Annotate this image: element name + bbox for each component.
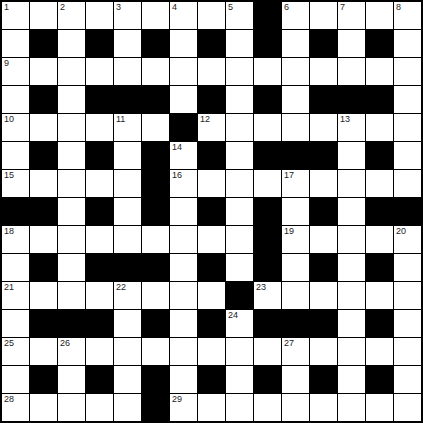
block-cell-r3c1 [30,86,57,113]
cell-r0c0[interactable]: 1 [2,2,29,29]
block-cell-r14c5 [142,394,169,421]
block-cell-r5c13 [366,142,393,169]
cell-r4c9[interactable] [254,114,281,141]
cell-r13c6[interactable] [170,366,197,393]
cell-r2c13[interactable] [366,58,393,85]
cell-r12c0[interactable]: 25 [2,338,29,365]
cell-r14c11[interactable] [310,394,337,421]
cell-r12c8[interactable] [226,338,253,365]
cell-r1c8[interactable] [226,30,253,57]
clue-number-24: 24 [228,310,238,320]
block-cell-r7c14 [394,198,421,225]
cell-r11c8[interactable]: 24 [226,310,253,337]
cell-r2c8[interactable] [226,58,253,85]
cell-r14c6[interactable]: 29 [170,394,197,421]
cell-r6c10[interactable]: 17 [282,170,309,197]
cell-r14c14[interactable] [394,394,421,421]
cell-r2c5[interactable] [142,58,169,85]
cell-r12c5[interactable] [142,338,169,365]
clue-number-15: 15 [4,170,14,180]
clue-number-19: 19 [284,226,294,236]
cell-r2c1[interactable] [30,58,57,85]
block-cell-r11c3 [86,310,113,337]
cell-r4c8[interactable] [226,114,253,141]
cell-r12c11[interactable] [310,338,337,365]
block-cell-r5c5 [142,142,169,169]
cell-r13c2[interactable] [58,366,85,393]
cell-r8c5[interactable] [142,226,169,253]
block-cell-r5c10 [282,142,309,169]
block-cell-r5c3 [86,142,113,169]
cell-r9c14[interactable] [394,254,421,281]
block-cell-r7c0 [2,198,29,225]
block-cell-r11c11 [310,310,337,337]
cell-r13c10[interactable] [282,366,309,393]
cell-r14c9[interactable] [254,394,281,421]
clue-number-7: 7 [340,2,345,12]
cell-r7c8[interactable] [226,198,253,225]
cell-r12c7[interactable] [198,338,225,365]
block-cell-r13c1 [30,366,57,393]
cell-r3c2[interactable] [58,86,85,113]
block-cell-r1c11 [310,30,337,57]
block-cell-r9c13 [366,254,393,281]
block-cell-r7c5 [142,198,169,225]
cell-r8c14[interactable]: 20 [394,226,421,253]
cell-r8c2[interactable] [58,226,85,253]
cell-r1c2[interactable] [58,30,85,57]
cell-r2c10[interactable] [282,58,309,85]
cell-r5c2[interactable] [58,142,85,169]
cell-r10c0[interactable]: 21 [2,282,29,309]
block-cell-r3c11 [310,86,337,113]
cell-r1c6[interactable] [170,30,197,57]
clue-number-8: 8 [396,2,401,12]
cell-r11c0[interactable] [2,310,29,337]
cell-r12c9[interactable] [254,338,281,365]
cell-r14c0[interactable]: 28 [2,394,29,421]
cell-r0c10[interactable]: 6 [282,2,309,29]
cell-r5c14[interactable] [394,142,421,169]
block-cell-r11c1 [30,310,57,337]
clue-number-3: 3 [116,2,121,12]
cell-r14c8[interactable] [226,394,253,421]
cell-r0c4[interactable]: 3 [114,2,141,29]
cell-r0c2[interactable]: 2 [58,2,85,29]
cell-r9c2[interactable] [58,254,85,281]
block-cell-r7c9 [254,198,281,225]
cell-r10c11[interactable] [310,282,337,309]
cell-r2c2[interactable] [58,58,85,85]
cell-r9c12[interactable] [338,254,365,281]
cell-r2c14[interactable] [394,58,421,85]
block-cell-r13c13 [366,366,393,393]
cell-r6c7[interactable] [198,170,225,197]
block-cell-r3c3 [86,86,113,113]
block-cell-r1c5 [142,30,169,57]
cell-r8c8[interactable] [226,226,253,253]
cell-r10c14[interactable] [394,282,421,309]
clue-number-10: 10 [4,114,14,124]
cell-r5c6[interactable]: 14 [170,142,197,169]
clue-number-29: 29 [172,394,182,404]
block-cell-r9c3 [86,254,113,281]
crossword-board: 1234567891011121314151617181920212223242… [0,0,423,423]
block-cell-r3c13 [366,86,393,113]
cell-r2c6[interactable] [170,58,197,85]
cell-r4c2[interactable] [58,114,85,141]
clue-number-4: 4 [172,2,177,12]
cell-r12c2[interactable]: 26 [58,338,85,365]
clue-number-21: 21 [4,282,14,292]
clue-number-14: 14 [172,142,182,152]
block-cell-r1c1 [30,30,57,57]
cell-r8c11[interactable] [310,226,337,253]
block-cell-r3c12 [338,86,365,113]
clue-number-5: 5 [228,2,233,12]
cell-r8c0[interactable]: 18 [2,226,29,253]
block-cell-r1c3 [86,30,113,57]
clue-number-18: 18 [4,226,14,236]
clue-number-26: 26 [60,338,70,348]
cell-r13c4[interactable] [114,366,141,393]
cell-r4c3[interactable] [86,114,113,141]
clue-number-20: 20 [396,226,406,236]
cell-r3c10[interactable] [282,86,309,113]
cell-r14c3[interactable] [86,394,113,421]
cell-r3c0[interactable] [2,86,29,113]
cell-r3c14[interactable] [394,86,421,113]
clue-number-11: 11 [116,114,125,124]
block-cell-r13c9 [254,366,281,393]
block-cell-r11c9 [254,310,281,337]
cell-r1c0[interactable] [2,30,29,57]
cell-r2c7[interactable] [198,58,225,85]
cell-r8c4[interactable] [114,226,141,253]
cell-r11c14[interactable] [394,310,421,337]
cell-r5c0[interactable] [2,142,29,169]
cell-r12c14[interactable] [394,338,421,365]
clue-number-28: 28 [4,394,14,404]
cell-r7c10[interactable] [282,198,309,225]
cell-r10c13[interactable] [366,282,393,309]
cell-r14c4[interactable] [114,394,141,421]
clue-number-6: 6 [284,2,289,12]
block-cell-r7c7 [198,198,225,225]
cell-r6c4[interactable] [114,170,141,197]
block-cell-r6c5 [142,170,169,197]
cell-r4c12[interactable]: 13 [338,114,365,141]
block-cell-r13c11 [310,366,337,393]
cell-r2c3[interactable] [86,58,113,85]
cell-r0c8[interactable]: 5 [226,2,253,29]
cell-r11c4[interactable] [114,310,141,337]
block-cell-r3c9 [254,86,281,113]
block-cell-r8c9 [254,226,281,253]
cell-r6c1[interactable] [30,170,57,197]
cell-r1c10[interactable] [282,30,309,57]
cell-r9c6[interactable] [170,254,197,281]
cell-r8c12[interactable] [338,226,365,253]
cell-r12c1[interactable] [30,338,57,365]
cell-r10c3[interactable] [86,282,113,309]
cell-r14c12[interactable] [338,394,365,421]
cell-r3c6[interactable] [170,86,197,113]
cell-r10c9[interactable]: 23 [254,282,281,309]
cell-r2c0[interactable]: 9 [2,58,29,85]
cell-r2c9[interactable] [254,58,281,85]
block-cell-r9c11 [310,254,337,281]
block-cell-r11c10 [282,310,309,337]
cell-r10c10[interactable] [282,282,309,309]
cell-r14c10[interactable] [282,394,309,421]
cell-r14c1[interactable] [30,394,57,421]
cell-r6c13[interactable] [366,170,393,197]
cell-r4c0[interactable]: 10 [2,114,29,141]
clue-number-25: 25 [4,338,14,348]
cell-r9c10[interactable] [282,254,309,281]
cell-r2c4[interactable] [114,58,141,85]
cell-r0c3[interactable] [86,2,113,29]
clue-number-23: 23 [256,282,266,292]
block-cell-r10c8 [226,282,253,309]
cell-r13c8[interactable] [226,366,253,393]
block-cell-r7c13 [366,198,393,225]
clue-number-2: 2 [60,2,65,12]
block-cell-r11c13 [366,310,393,337]
block-cell-r5c9 [254,142,281,169]
cell-r6c11[interactable] [310,170,337,197]
cell-r4c1[interactable] [30,114,57,141]
cell-r10c7[interactable] [198,282,225,309]
block-cell-r5c11 [310,142,337,169]
cell-r2c12[interactable] [338,58,365,85]
block-cell-r1c9 [254,30,281,57]
block-cell-r5c1 [30,142,57,169]
cell-r0c12[interactable]: 7 [338,2,365,29]
cell-r6c8[interactable] [226,170,253,197]
cell-r10c4[interactable]: 22 [114,282,141,309]
clue-number-1: 1 [4,2,9,12]
block-cell-r4c6 [170,114,197,141]
cell-r1c12[interactable] [338,30,365,57]
cell-r11c12[interactable] [338,310,365,337]
cell-r0c6[interactable]: 4 [170,2,197,29]
cell-r7c12[interactable] [338,198,365,225]
cell-r8c6[interactable] [170,226,197,253]
cell-r12c13[interactable] [366,338,393,365]
cell-r12c6[interactable] [170,338,197,365]
cell-r4c5[interactable] [142,114,169,141]
cell-r12c4[interactable] [114,338,141,365]
cell-r0c7[interactable] [198,2,225,29]
cell-r12c10[interactable]: 27 [282,338,309,365]
cell-r6c3[interactable] [86,170,113,197]
block-cell-r9c5 [142,254,169,281]
block-cell-r5c7 [198,142,225,169]
block-cell-r11c7 [198,310,225,337]
cell-r14c7[interactable] [198,394,225,421]
cell-r8c3[interactable] [86,226,113,253]
cell-r0c5[interactable] [142,2,169,29]
cell-r5c12[interactable] [338,142,365,169]
cell-r6c0[interactable]: 15 [2,170,29,197]
cell-r0c1[interactable] [30,2,57,29]
block-cell-r7c3 [86,198,113,225]
block-cell-r9c9 [254,254,281,281]
cell-r11c6[interactable] [170,310,197,337]
cell-r4c10[interactable] [282,114,309,141]
cell-r6c2[interactable] [58,170,85,197]
clue-number-16: 16 [172,170,182,180]
cell-r9c8[interactable] [226,254,253,281]
cell-r14c2[interactable] [58,394,85,421]
cell-r6c12[interactable] [338,170,365,197]
cell-r12c12[interactable] [338,338,365,365]
block-cell-r3c5 [142,86,169,113]
cell-r13c0[interactable] [2,366,29,393]
block-cell-r9c1 [30,254,57,281]
cell-r10c2[interactable] [58,282,85,309]
cell-r5c4[interactable] [114,142,141,169]
clue-number-17: 17 [284,170,294,180]
block-cell-r9c4 [114,254,141,281]
block-cell-r9c7 [198,254,225,281]
cell-r8c13[interactable] [366,226,393,253]
cell-r7c6[interactable] [170,198,197,225]
cell-r8c1[interactable] [30,226,57,253]
clue-number-13: 13 [340,114,350,124]
cell-r10c6[interactable] [170,282,197,309]
block-cell-r11c5 [142,310,169,337]
cell-r0c14[interactable]: 8 [394,2,421,29]
cell-r6c6[interactable]: 16 [170,170,197,197]
cell-r4c11[interactable] [310,114,337,141]
cell-r3c8[interactable] [226,86,253,113]
cell-r5c8[interactable] [226,142,253,169]
cell-r4c7[interactable]: 12 [198,114,225,141]
cell-r4c14[interactable] [394,114,421,141]
cell-r7c4[interactable] [114,198,141,225]
cell-r13c14[interactable] [394,366,421,393]
cell-r10c12[interactable] [338,282,365,309]
block-cell-r7c1 [30,198,57,225]
cell-r12c3[interactable] [86,338,113,365]
cell-r2c11[interactable] [310,58,337,85]
block-cell-r13c3 [86,366,113,393]
cell-r4c13[interactable] [366,114,393,141]
cell-r6c9[interactable] [254,170,281,197]
block-cell-r0c9 [254,2,281,29]
cell-r14c13[interactable] [366,394,393,421]
clue-number-27: 27 [284,338,294,348]
cell-r9c0[interactable] [2,254,29,281]
block-cell-r1c7 [198,30,225,57]
cell-r0c13[interactable] [366,2,393,29]
block-cell-r3c4 [114,86,141,113]
block-cell-r13c5 [142,366,169,393]
block-cell-r1c13 [366,30,393,57]
block-cell-r3c7 [198,86,225,113]
block-cell-r7c11 [310,198,337,225]
cell-r0c11[interactable] [310,2,337,29]
block-cell-r11c2 [58,310,85,337]
cell-r4c4[interactable]: 11 [114,114,141,141]
cell-r1c14[interactable] [394,30,421,57]
cell-r1c4[interactable] [114,30,141,57]
cell-r13c12[interactable] [338,366,365,393]
clue-number-9: 9 [4,58,9,68]
block-cell-r13c7 [198,366,225,393]
cell-r8c7[interactable] [198,226,225,253]
clue-number-12: 12 [200,114,210,124]
cell-r10c1[interactable] [30,282,57,309]
clue-number-22: 22 [116,282,126,292]
cell-r7c2[interactable] [58,198,85,225]
cell-r8c10[interactable]: 19 [282,226,309,253]
cell-r6c14[interactable] [394,170,421,197]
cell-r10c5[interactable] [142,282,169,309]
